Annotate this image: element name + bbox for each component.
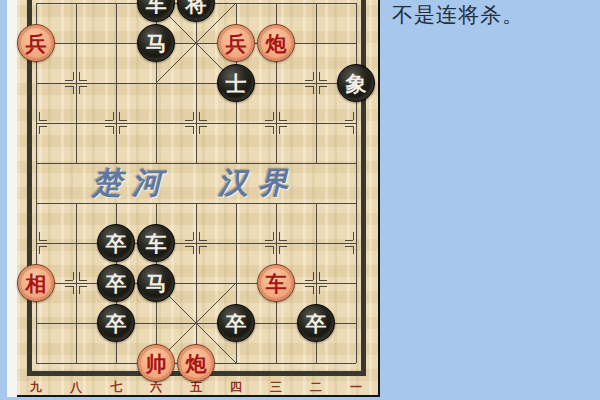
file-label-1: 一 xyxy=(346,380,366,394)
board-left-margin xyxy=(7,0,17,397)
piece-black-soldier-3[interactable]: 卒 xyxy=(97,304,135,342)
file-label-2: 二 xyxy=(306,380,326,394)
piece-red-cannon-2[interactable]: 炮 xyxy=(177,344,215,382)
piece-black-soldier-2[interactable]: 卒 xyxy=(97,264,135,302)
piece-black-soldier-4[interactable]: 卒 xyxy=(217,304,255,342)
file-label-8: 八 xyxy=(66,380,86,394)
piece-black-horse-2[interactable]: 马 xyxy=(137,264,175,302)
file-label-9: 九 xyxy=(26,380,46,394)
file-label-7: 七 xyxy=(106,380,126,394)
piece-red-soldier-2[interactable]: 兵 xyxy=(217,24,255,62)
piece-red-elephant[interactable]: 相 xyxy=(17,264,55,302)
piece-red-general[interactable]: 帅 xyxy=(137,344,175,382)
piece-red-cannon-1[interactable]: 炮 xyxy=(257,24,295,62)
file-label-4: 四 xyxy=(226,380,246,394)
piece-black-soldier-5[interactable]: 卒 xyxy=(297,304,335,342)
page: 楚河 汉界 九八七六五四三二一 车将马士象卒车卒马卒卒卒兵兵炮相车帅炮 不是连将… xyxy=(0,0,600,400)
piece-black-horse-1[interactable]: 马 xyxy=(137,24,175,62)
river-label-chu-he: 楚河 xyxy=(92,166,172,200)
puzzle-note: 不是连将杀。 xyxy=(392,1,524,29)
river-label-han-jie: 汉界 xyxy=(218,166,298,200)
piece-black-elephant[interactable]: 象 xyxy=(337,64,375,102)
piece-black-soldier-1[interactable]: 卒 xyxy=(97,224,135,262)
piece-red-chariot[interactable]: 车 xyxy=(257,264,295,302)
piece-red-soldier-1[interactable]: 兵 xyxy=(17,24,55,62)
piece-black-advisor[interactable]: 士 xyxy=(217,64,255,102)
file-label-3: 三 xyxy=(266,380,286,394)
piece-black-chariot-2[interactable]: 车 xyxy=(137,224,175,262)
file-label-6: 六 xyxy=(146,380,166,394)
file-label-5: 五 xyxy=(186,380,206,394)
